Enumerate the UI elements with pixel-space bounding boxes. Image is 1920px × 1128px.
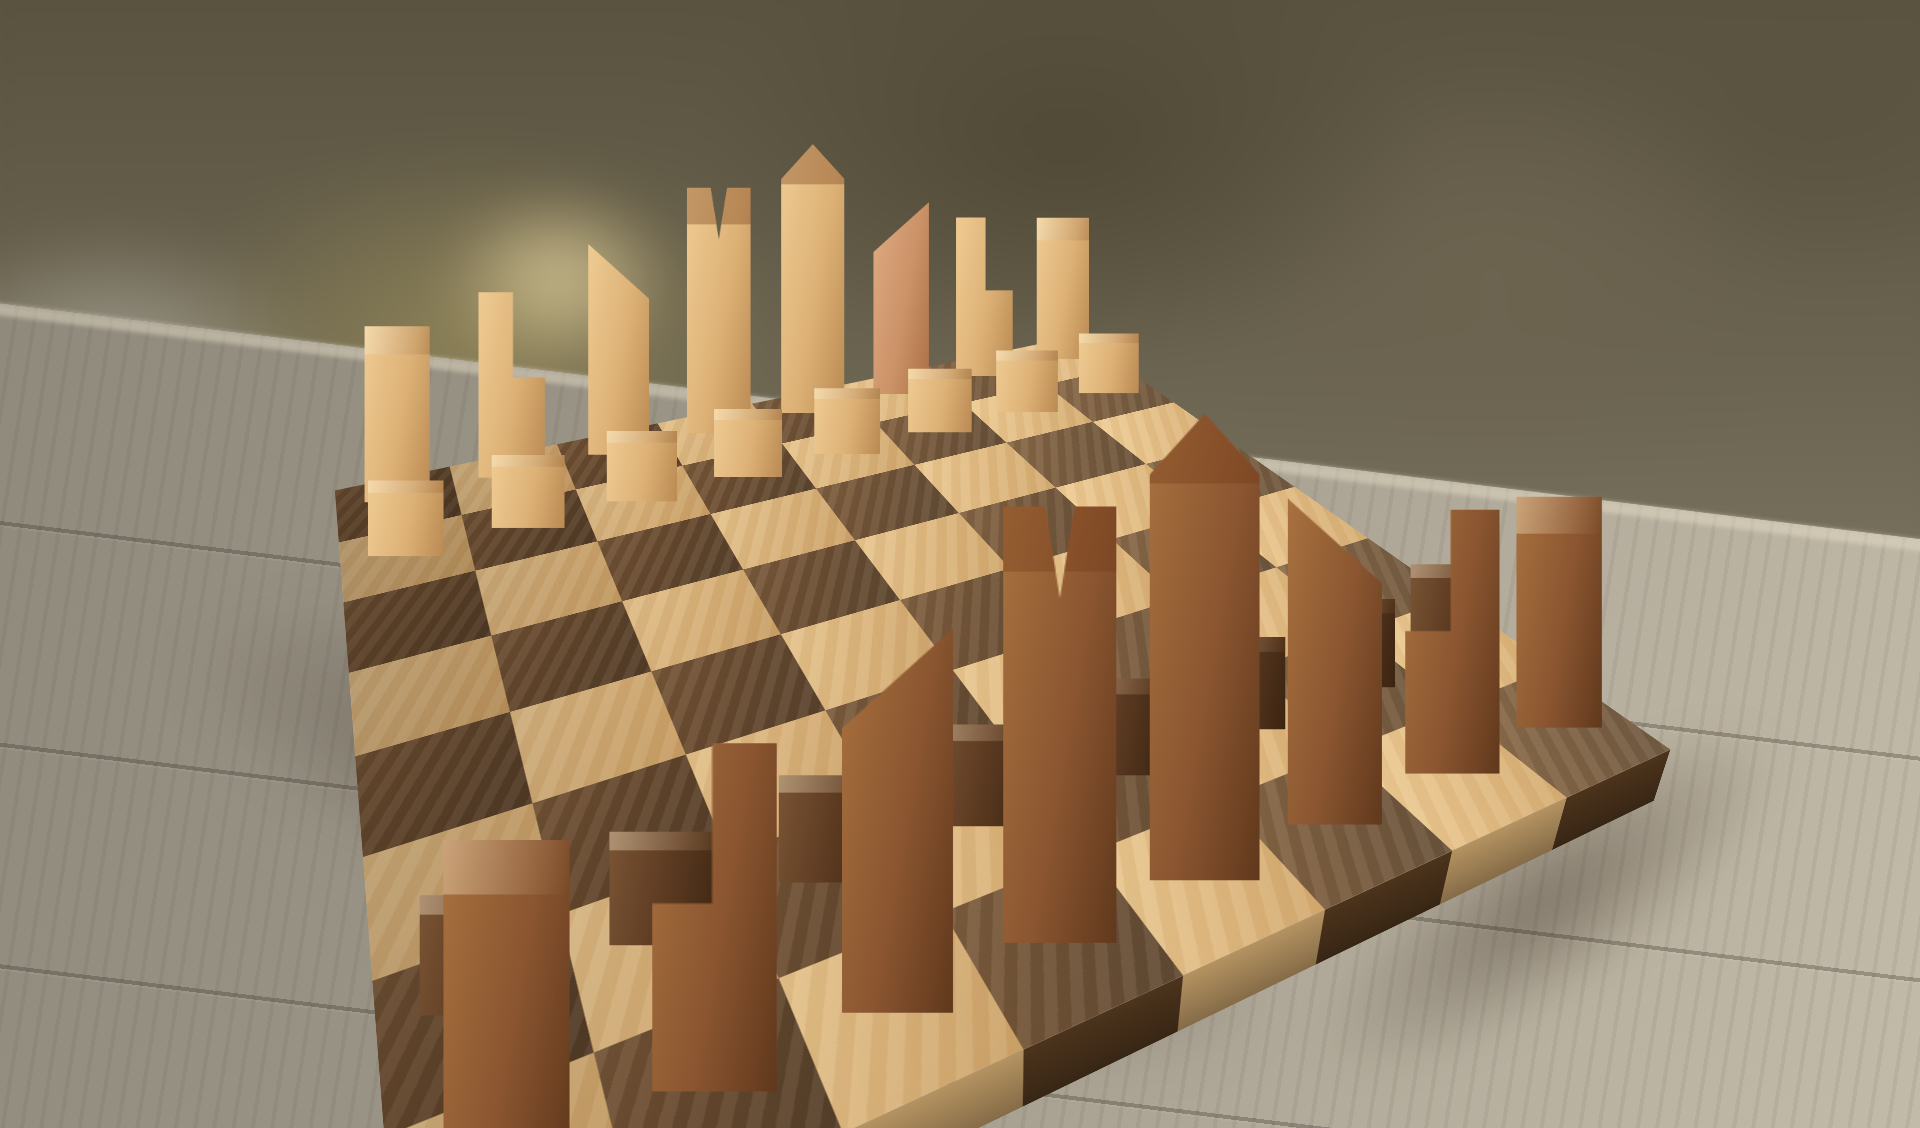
piece-white-knight-g1[interactable] xyxy=(1405,510,1499,774)
piece-white-bishop-f1[interactable] xyxy=(1288,499,1382,825)
white-queen-block xyxy=(1003,506,1116,942)
square-b5[interactable] xyxy=(491,601,651,712)
photo-scene xyxy=(0,0,1920,1128)
white-rook-block xyxy=(443,840,569,1128)
square-a4[interactable] xyxy=(355,712,532,857)
piece-white-queen-d1[interactable] xyxy=(1003,506,1116,942)
white-bishop-block xyxy=(1288,499,1382,825)
white-rook-block xyxy=(1516,497,1602,728)
piece-black-king-e8[interactable] xyxy=(781,144,844,413)
black-king-block xyxy=(781,144,844,413)
white-knight-block xyxy=(652,743,777,1091)
piece-white-rook-a1[interactable] xyxy=(443,840,569,1128)
black-bishop-block xyxy=(588,244,649,455)
piece-black-bishop-c8[interactable] xyxy=(588,244,649,455)
white-knight-block xyxy=(1405,510,1499,774)
piece-white-rook-h1[interactable] xyxy=(1516,497,1602,728)
white-king-block xyxy=(1150,414,1260,881)
white-bishop-block xyxy=(842,628,953,1013)
square-a5[interactable] xyxy=(349,636,510,757)
piece-black-bishop-f8[interactable] xyxy=(873,202,928,394)
piece-black-queen-d8[interactable] xyxy=(687,188,751,434)
piece-white-knight-b1[interactable] xyxy=(652,743,777,1091)
black-bishop-block xyxy=(873,202,928,394)
piece-white-king-e1[interactable] xyxy=(1150,414,1260,881)
piece-white-bishop-c1[interactable] xyxy=(842,628,953,1013)
black-queen-block xyxy=(687,188,751,434)
square-c4[interactable] xyxy=(651,634,825,754)
